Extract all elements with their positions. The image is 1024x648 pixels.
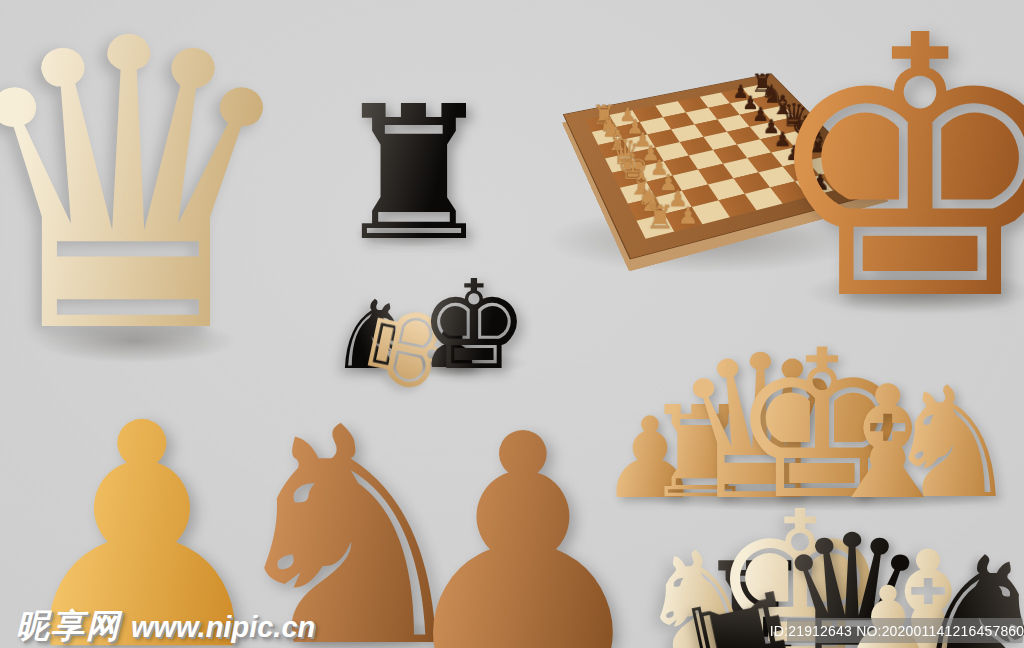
white-queen-piece: ♛: [0, 0, 307, 388]
puzzle-pawn-piece: ♟: [389, 396, 658, 648]
site-name-watermark: 昵享网: [16, 604, 121, 648]
image-id-text: ID:21912643 NO:20200114121645786089: [770, 623, 1024, 639]
image-id-band: ID:21912643 NO:20200114121645786089: [787, 618, 1023, 643]
site-watermark: 昵享网 www.nipic.cn: [16, 604, 315, 648]
black-rook-piece: ♜: [331, 82, 497, 267]
collage-canvas: ♛ ♜ ♞ ♚ ♟ ♚ ♜♟♟♜♞♟♟♞♝♟♟♝♛♟♟♛♚♟♟♚♝♟♟♝♞♟♟♞…: [0, 0, 1024, 648]
white-pawn-on-board: ♟: [678, 204, 699, 227]
wooden-puzzle-king-piece: ♚: [759, 0, 1024, 350]
site-url-watermark: www.nipic.cn: [131, 611, 315, 644]
white-rook-on-board: ♜: [645, 202, 674, 235]
